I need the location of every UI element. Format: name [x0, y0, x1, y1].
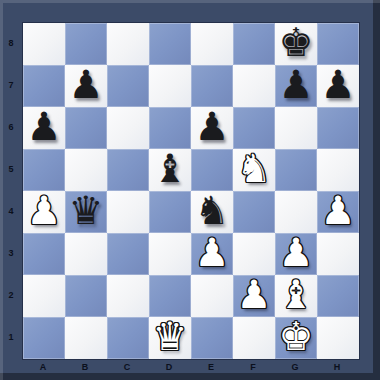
square-g6[interactable]	[275, 107, 317, 149]
square-f6[interactable]	[233, 107, 275, 149]
square-e4[interactable]: ♞	[191, 191, 233, 233]
square-f2[interactable]: ♟	[233, 275, 275, 317]
black-bishop[interactable]: ♝	[149, 149, 191, 191]
black-king[interactable]: ♚	[275, 23, 317, 65]
square-e2[interactable]	[191, 275, 233, 317]
square-c5[interactable]	[107, 149, 149, 191]
square-h1[interactable]	[317, 317, 359, 359]
square-g4[interactable]	[275, 191, 317, 233]
square-h6[interactable]	[317, 107, 359, 149]
square-e7[interactable]	[191, 65, 233, 107]
black-pawn[interactable]: ♟	[23, 107, 65, 149]
white-king[interactable]: ♚	[275, 317, 317, 359]
square-e8[interactable]	[191, 23, 233, 65]
square-c2[interactable]	[107, 275, 149, 317]
file-label-c: C	[106, 359, 148, 374]
square-b8[interactable]	[65, 23, 107, 65]
square-b1[interactable]	[65, 317, 107, 359]
square-e1[interactable]	[191, 317, 233, 359]
square-a1[interactable]	[23, 317, 65, 359]
square-g5[interactable]	[275, 149, 317, 191]
black-knight[interactable]: ♞	[191, 191, 233, 233]
rank-label-5: 5	[0, 148, 22, 190]
square-d2[interactable]	[149, 275, 191, 317]
file-label-e: E	[190, 359, 232, 374]
square-h8[interactable]	[317, 23, 359, 65]
square-c6[interactable]	[107, 107, 149, 149]
white-bishop[interactable]: ♝	[275, 275, 317, 317]
square-g3[interactable]: ♟	[275, 233, 317, 275]
square-e6[interactable]: ♟	[191, 107, 233, 149]
square-b3[interactable]	[65, 233, 107, 275]
square-d5[interactable]: ♝	[149, 149, 191, 191]
square-e3[interactable]: ♟	[191, 233, 233, 275]
white-pawn[interactable]: ♟	[23, 191, 65, 233]
square-a3[interactable]	[23, 233, 65, 275]
rank-label-7: 7	[0, 64, 22, 106]
white-pawn[interactable]: ♟	[275, 233, 317, 275]
square-a6[interactable]: ♟	[23, 107, 65, 149]
square-d4[interactable]	[149, 191, 191, 233]
square-h3[interactable]	[317, 233, 359, 275]
square-d7[interactable]	[149, 65, 191, 107]
square-c3[interactable]	[107, 233, 149, 275]
square-g8[interactable]: ♚	[275, 23, 317, 65]
black-pawn[interactable]: ♟	[317, 65, 359, 107]
square-a4[interactable]: ♟	[23, 191, 65, 233]
rank-label-1: 1	[0, 316, 22, 358]
square-b6[interactable]	[65, 107, 107, 149]
file-labels: ABCDEFGH	[22, 359, 358, 374]
square-c4[interactable]	[107, 191, 149, 233]
white-knight[interactable]: ♞	[233, 149, 275, 191]
square-f3[interactable]	[233, 233, 275, 275]
file-label-d: D	[148, 359, 190, 374]
file-label-b: B	[64, 359, 106, 374]
square-a7[interactable]	[23, 65, 65, 107]
square-f4[interactable]	[233, 191, 275, 233]
square-a5[interactable]	[23, 149, 65, 191]
square-e5[interactable]	[191, 149, 233, 191]
square-b7[interactable]: ♟	[65, 65, 107, 107]
square-a2[interactable]	[23, 275, 65, 317]
square-c7[interactable]	[107, 65, 149, 107]
square-a8[interactable]	[23, 23, 65, 65]
square-h7[interactable]: ♟	[317, 65, 359, 107]
square-h2[interactable]	[317, 275, 359, 317]
square-d1[interactable]: ♛	[149, 317, 191, 359]
square-b4[interactable]: ♛	[65, 191, 107, 233]
rank-label-6: 6	[0, 106, 22, 148]
square-h5[interactable]	[317, 149, 359, 191]
black-pawn[interactable]: ♟	[275, 65, 317, 107]
chess-board-frame: 87654321 ♚♟♟♟♟♟♝♞♟♛♞♟♟♟♟♝♛♚ ABCDEFGH	[0, 0, 380, 380]
file-label-f: F	[232, 359, 274, 374]
file-label-a: A	[22, 359, 64, 374]
rank-label-3: 3	[0, 232, 22, 274]
rank-label-8: 8	[0, 22, 22, 64]
square-d6[interactable]	[149, 107, 191, 149]
black-pawn[interactable]: ♟	[191, 107, 233, 149]
white-pawn[interactable]: ♟	[191, 233, 233, 275]
file-label-g: G	[274, 359, 316, 374]
square-d8[interactable]	[149, 23, 191, 65]
file-label-h: H	[316, 359, 358, 374]
rank-label-4: 4	[0, 190, 22, 232]
square-f5[interactable]: ♞	[233, 149, 275, 191]
white-pawn[interactable]: ♟	[317, 191, 359, 233]
white-pawn[interactable]: ♟	[233, 275, 275, 317]
square-c8[interactable]	[107, 23, 149, 65]
square-d3[interactable]	[149, 233, 191, 275]
black-pawn[interactable]: ♟	[65, 65, 107, 107]
rank-label-2: 2	[0, 274, 22, 316]
chess-board: ♚♟♟♟♟♟♝♞♟♛♞♟♟♟♟♝♛♚	[22, 22, 360, 360]
square-f8[interactable]	[233, 23, 275, 65]
square-f7[interactable]	[233, 65, 275, 107]
black-queen[interactable]: ♛	[65, 191, 107, 233]
square-g7[interactable]: ♟	[275, 65, 317, 107]
white-queen[interactable]: ♛	[149, 317, 191, 359]
square-b2[interactable]	[65, 275, 107, 317]
rank-labels: 87654321	[0, 22, 22, 358]
square-f1[interactable]	[233, 317, 275, 359]
square-h4[interactable]: ♟	[317, 191, 359, 233]
square-b5[interactable]	[65, 149, 107, 191]
square-c1[interactable]	[107, 317, 149, 359]
square-g2[interactable]: ♝	[275, 275, 317, 317]
square-g1[interactable]: ♚	[275, 317, 317, 359]
